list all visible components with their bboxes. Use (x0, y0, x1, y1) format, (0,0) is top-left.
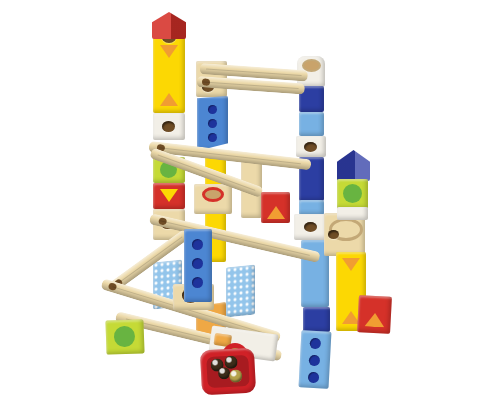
marble-hole (304, 222, 317, 232)
rail-hole (108, 282, 118, 291)
center-column-white-hole-block (296, 136, 326, 157)
right-tower-blue-roof (337, 150, 370, 181)
dotted-panel-right (226, 264, 255, 317)
red-ring (202, 187, 224, 202)
green-circle-decoration (343, 184, 362, 203)
blue-dot (208, 105, 217, 114)
center-column-light-blue-ring (299, 112, 324, 136)
triangle-decoration (364, 313, 385, 328)
rail-hole (158, 217, 167, 226)
triangle-decoration (160, 189, 178, 202)
marble-hole (162, 121, 175, 132)
blue-dot (309, 355, 321, 367)
left-tower-white-block (153, 113, 185, 140)
marble-hole (328, 230, 339, 239)
blue-dot (192, 277, 203, 288)
right-tower-lime-block (337, 179, 368, 209)
triangle-decoration (267, 206, 285, 219)
left-tower-red-roof (152, 12, 186, 39)
blue-dot (192, 239, 203, 250)
left-tower-yellow-column (153, 36, 185, 113)
center-column-dark-blue-block (303, 307, 330, 332)
red-ring-post (194, 184, 232, 214)
toy-photo (0, 0, 500, 400)
center-column-white-cube (294, 214, 328, 240)
blue-wedge-dots (197, 96, 228, 151)
triangle-decoration (160, 45, 178, 58)
green-circle-decoration (114, 326, 136, 348)
triangle-decoration (160, 93, 178, 106)
blue-column-dots-center (184, 229, 212, 302)
center-column-light-blue-segment (299, 200, 324, 215)
blue-dot (192, 258, 203, 269)
rail-hole (202, 78, 210, 86)
triangle-decoration (342, 258, 360, 271)
marble-tray (200, 348, 256, 396)
center-column-dots-block (299, 330, 332, 388)
red-cube-mid (261, 192, 290, 223)
blue-dot (308, 372, 320, 384)
blue-dot (208, 133, 217, 142)
blue-dot (310, 338, 322, 350)
left-tower-red-block (153, 183, 185, 209)
blue-dot (208, 119, 217, 128)
right-tower-white-block (337, 207, 368, 220)
right-red-cube (357, 295, 392, 334)
marble-hole (304, 142, 317, 152)
lime-cube-bottom (105, 319, 144, 354)
